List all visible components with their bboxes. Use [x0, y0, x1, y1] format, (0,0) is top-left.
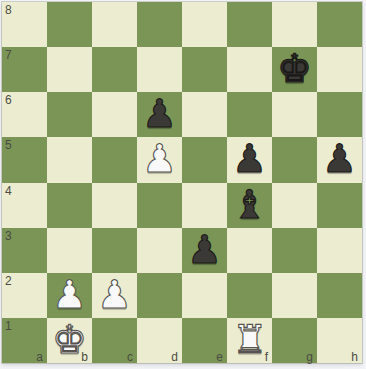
- rank-label-6: 6: [5, 93, 12, 107]
- square-a6[interactable]: 6: [2, 92, 47, 137]
- square-e5[interactable]: [182, 137, 227, 182]
- square-h3[interactable]: [317, 228, 362, 273]
- square-b7[interactable]: [47, 47, 92, 92]
- square-e2[interactable]: [182, 273, 227, 318]
- square-f7[interactable]: [227, 47, 272, 92]
- square-g3[interactable]: [272, 228, 317, 273]
- square-e3[interactable]: ♟: [182, 228, 227, 273]
- white-king[interactable]: ♚: [47, 318, 92, 363]
- square-a3[interactable]: 3: [2, 228, 47, 273]
- white-pawn[interactable]: ♟: [92, 273, 137, 318]
- rank-label-2: 2: [5, 274, 12, 288]
- square-d6[interactable]: ♟: [137, 92, 182, 137]
- black-pawn[interactable]: ♟: [182, 228, 227, 273]
- black-bishop[interactable]: ♝: [227, 183, 272, 228]
- rank-label-8: 8: [5, 3, 12, 17]
- square-e7[interactable]: [182, 47, 227, 92]
- file-label-c: c: [127, 350, 133, 364]
- square-a5[interactable]: 5: [2, 137, 47, 182]
- square-c5[interactable]: [92, 137, 137, 182]
- square-d2[interactable]: [137, 273, 182, 318]
- rank-label-1: 1: [5, 319, 12, 333]
- rank-label-7: 7: [5, 48, 12, 62]
- file-label-d: d: [171, 350, 178, 364]
- square-a8[interactable]: 8: [2, 2, 47, 47]
- square-g2[interactable]: [272, 273, 317, 318]
- square-c4[interactable]: [92, 183, 137, 228]
- square-b3[interactable]: [47, 228, 92, 273]
- square-a1[interactable]: 1a: [2, 318, 47, 363]
- square-a4[interactable]: 4: [2, 183, 47, 228]
- square-f5[interactable]: ♟: [227, 137, 272, 182]
- square-g7[interactable]: ♚: [272, 47, 317, 92]
- square-h5[interactable]: ♟: [317, 137, 362, 182]
- square-b6[interactable]: [47, 92, 92, 137]
- rank-label-3: 3: [5, 229, 12, 243]
- black-pawn[interactable]: ♟: [227, 137, 272, 182]
- square-f3[interactable]: [227, 228, 272, 273]
- square-g5[interactable]: [272, 137, 317, 182]
- square-d8[interactable]: [137, 2, 182, 47]
- square-c8[interactable]: [92, 2, 137, 47]
- square-e8[interactable]: [182, 2, 227, 47]
- square-b1[interactable]: b♚: [47, 318, 92, 363]
- rank-label-5: 5: [5, 138, 12, 152]
- black-pawn[interactable]: ♟: [137, 92, 182, 137]
- board-frame: 87♚6♟5♟♟♟4♝3♟2♟♟1ab♚cdef♜gh: [2, 2, 362, 363]
- square-f4[interactable]: ♝: [227, 183, 272, 228]
- square-b2[interactable]: ♟: [47, 273, 92, 318]
- square-h2[interactable]: [317, 273, 362, 318]
- square-g6[interactable]: [272, 92, 317, 137]
- file-label-e: e: [216, 350, 223, 364]
- square-a2[interactable]: 2: [2, 273, 47, 318]
- chess-board: 87♚6♟5♟♟♟4♝3♟2♟♟1ab♚cdef♜gh: [2, 2, 362, 363]
- square-b5[interactable]: [47, 137, 92, 182]
- square-c2[interactable]: ♟: [92, 273, 137, 318]
- white-pawn[interactable]: ♟: [137, 137, 182, 182]
- square-d4[interactable]: [137, 183, 182, 228]
- white-rook[interactable]: ♜: [227, 318, 272, 363]
- square-b4[interactable]: [47, 183, 92, 228]
- square-d7[interactable]: [137, 47, 182, 92]
- square-d5[interactable]: ♟: [137, 137, 182, 182]
- black-pawn[interactable]: ♟: [317, 137, 362, 182]
- square-b8[interactable]: [47, 2, 92, 47]
- white-pawn[interactable]: ♟: [47, 273, 92, 318]
- square-g8[interactable]: [272, 2, 317, 47]
- file-label-h: h: [351, 350, 358, 364]
- square-e4[interactable]: [182, 183, 227, 228]
- square-e1[interactable]: e: [182, 318, 227, 363]
- square-h6[interactable]: [317, 92, 362, 137]
- square-h8[interactable]: [317, 2, 362, 47]
- square-h7[interactable]: [317, 47, 362, 92]
- square-c3[interactable]: [92, 228, 137, 273]
- square-d3[interactable]: [137, 228, 182, 273]
- square-g4[interactable]: [272, 183, 317, 228]
- black-king[interactable]: ♚: [272, 47, 317, 92]
- square-c7[interactable]: [92, 47, 137, 92]
- square-f2[interactable]: [227, 273, 272, 318]
- square-f1[interactable]: f♜: [227, 318, 272, 363]
- square-c6[interactable]: [92, 92, 137, 137]
- square-g1[interactable]: g: [272, 318, 317, 363]
- square-e6[interactable]: [182, 92, 227, 137]
- file-label-g: g: [306, 350, 313, 364]
- square-h1[interactable]: h: [317, 318, 362, 363]
- square-h4[interactable]: [317, 183, 362, 228]
- square-a7[interactable]: 7: [2, 47, 47, 92]
- square-d1[interactable]: d: [137, 318, 182, 363]
- file-label-a: a: [36, 350, 43, 364]
- square-c1[interactable]: c: [92, 318, 137, 363]
- square-f6[interactable]: [227, 92, 272, 137]
- rank-label-4: 4: [5, 184, 12, 198]
- square-f8[interactable]: [227, 2, 272, 47]
